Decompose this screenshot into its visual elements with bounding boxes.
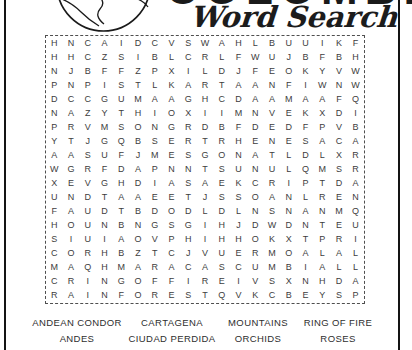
grid-cell: E — [331, 191, 348, 205]
grid-cell: B — [264, 36, 281, 50]
grid-cell: A — [331, 247, 348, 261]
grid-cell: X — [163, 64, 180, 78]
grid-cell: E — [264, 64, 281, 78]
grid-cell: C — [163, 247, 180, 261]
grid-cell: P — [314, 120, 331, 134]
grid-cell: A — [247, 92, 264, 106]
grid-cell: O — [130, 275, 147, 289]
grid-cell: N — [314, 205, 331, 219]
grid-cell: T — [213, 78, 230, 92]
grid-cell: N — [297, 219, 314, 233]
grid-cell: I — [297, 78, 314, 92]
grid-cell: A — [113, 233, 130, 247]
grid-cell: R — [264, 177, 281, 191]
grid-cell: D — [180, 205, 197, 219]
grid-cell: R — [63, 120, 80, 134]
grid-cell: D — [130, 177, 147, 191]
grid-cell: D — [280, 120, 297, 134]
grid-cell: O — [163, 205, 180, 219]
grid-cell: F — [297, 120, 314, 134]
grid-cell: A — [130, 191, 147, 205]
grid-cell: U — [96, 148, 113, 162]
grid-cell: B — [113, 219, 130, 233]
grid-cell: R — [180, 120, 197, 134]
grid-cell: Q — [347, 92, 364, 106]
grid-cell: A — [163, 261, 180, 275]
grid-cell: J — [230, 64, 247, 78]
grid-cell: W — [314, 78, 331, 92]
grid-cell: T — [113, 106, 130, 120]
grid-cell: M — [264, 247, 281, 261]
word-list-item: SHAKIRA — [304, 346, 373, 350]
grid-cell: O — [280, 247, 297, 261]
grid-cell: E — [163, 134, 180, 148]
grid-cell: E — [213, 177, 230, 191]
grid-cell: D — [331, 177, 348, 191]
word-list-item: CUMBIA — [129, 346, 216, 350]
grid-cell: A — [247, 78, 264, 92]
grid-cell: W — [46, 162, 63, 176]
grid-cell: U — [264, 50, 281, 64]
grid-cell: Y — [314, 64, 331, 78]
grid-cell: J — [230, 219, 247, 233]
grid-cell: U — [213, 247, 230, 261]
grid-cell: A — [314, 134, 331, 148]
grid-cell: C — [79, 36, 96, 50]
grid-cell: L — [347, 247, 364, 261]
grid-cell: S — [180, 289, 197, 303]
grid-cell: T — [264, 148, 281, 162]
grid-cell: E — [63, 177, 80, 191]
grid-cell: J — [197, 191, 214, 205]
grid-cell: O — [247, 191, 264, 205]
word-search-grid: HNCAIDCVSWAHLBUUIKFHHCZSIBLCRLFWUJBFBHNJ… — [45, 35, 365, 304]
grid-cell: K — [297, 106, 314, 120]
grid-cell: U — [347, 219, 364, 233]
grid-cell: T — [130, 78, 147, 92]
grid-cell: V — [197, 247, 214, 261]
grid-cell: V — [264, 106, 281, 120]
grid-cell: H — [46, 50, 63, 64]
grid-cell: J — [180, 247, 197, 261]
grid-cell: L — [331, 261, 348, 275]
grid-cell: I — [180, 64, 197, 78]
grid-cell: L — [314, 148, 331, 162]
grid-cell: S — [213, 191, 230, 205]
grid-cell: H — [180, 233, 197, 247]
grid-cell: C — [46, 247, 63, 261]
grid-cell: F — [96, 162, 113, 176]
grid-cell: H — [213, 219, 230, 233]
grid-cell: A — [63, 148, 80, 162]
grid-cell: E — [213, 275, 230, 289]
grid-cell: B — [297, 50, 314, 64]
grid-cell: K — [163, 78, 180, 92]
grid-cell: E — [264, 120, 281, 134]
word-list-column: ANDEAN CONDORANDESBARRANQUILLA — [32, 315, 122, 350]
word-list-item: ANDES — [32, 331, 122, 347]
grid-cell: X — [180, 106, 197, 120]
grid-cell: S — [180, 177, 197, 191]
grid-cell: M — [230, 106, 247, 120]
grid-cell: T — [63, 134, 80, 148]
grid-cell: C — [79, 50, 96, 64]
grid-cell: L — [297, 191, 314, 205]
grid-cell: H — [96, 261, 113, 275]
grid-cell: O — [247, 233, 264, 247]
grid-cell: N — [63, 36, 80, 50]
word-list-item: RING OF FIRE — [304, 315, 373, 331]
grid-cell: O — [130, 120, 147, 134]
grid-cell: A — [63, 205, 80, 219]
grid-cell: E — [163, 191, 180, 205]
grid-cell: D — [230, 92, 247, 106]
grid-cell: G — [96, 134, 113, 148]
grid-cell: N — [297, 275, 314, 289]
worksheet-page: COLOMBIA Word Search HNCAIDCVSWAHLBUUIKF… — [0, 0, 412, 350]
grid-cell: V — [331, 64, 348, 78]
grid-cell: C — [331, 134, 348, 148]
grid-cell: C — [63, 92, 80, 106]
grid-cell: S — [331, 289, 348, 303]
grid-cell: M — [146, 148, 163, 162]
grid-cell: I — [280, 177, 297, 191]
grid-cell: X — [331, 148, 348, 162]
grid-cell: N — [247, 106, 264, 120]
grid-cell: A — [197, 261, 214, 275]
grid-cell: A — [347, 275, 364, 289]
grid-cell: V — [331, 120, 348, 134]
grid-cell: P — [314, 233, 331, 247]
grid-cell: I — [347, 233, 364, 247]
grid-cell: O — [280, 64, 297, 78]
grid-cell: B — [79, 64, 96, 78]
grid-cell: B — [130, 205, 147, 219]
grid-cell: E — [331, 219, 348, 233]
grid-cell: P — [163, 233, 180, 247]
grid-cell: D — [197, 120, 214, 134]
grid-cell: A — [247, 148, 264, 162]
grid-cell: S — [79, 148, 96, 162]
grid-cell: Q — [297, 162, 314, 176]
grid-cell: N — [180, 162, 197, 176]
grid-cell: L — [146, 78, 163, 92]
grid-cell: M — [264, 261, 281, 275]
grid-cell: J — [280, 50, 297, 64]
grid-cell: I — [347, 106, 364, 120]
grid-cell: N — [96, 289, 113, 303]
grid-cell: I — [180, 275, 197, 289]
grid-cell: T — [113, 205, 130, 219]
grid-cell: U — [247, 261, 264, 275]
grid-cell: O — [213, 148, 230, 162]
grid-cell: D — [297, 148, 314, 162]
grid-cell: M — [331, 205, 348, 219]
grid-cell: T — [197, 289, 214, 303]
grid-cell: B — [113, 247, 130, 261]
grid-cell: T — [180, 191, 197, 205]
grid-cell: P — [146, 64, 163, 78]
grid-cell: R — [347, 162, 364, 176]
grid-cell: A — [130, 261, 147, 275]
word-list-item: MOUNTAINS — [228, 315, 288, 331]
grid-cell: I — [146, 177, 163, 191]
grid-cell: Y — [46, 134, 63, 148]
grid-cell: L — [247, 36, 264, 50]
grid-cell: P — [46, 78, 63, 92]
grid-cell: L — [163, 50, 180, 64]
grid-cell: N — [130, 219, 147, 233]
word-list-item: BARRANQUILLA — [32, 346, 122, 350]
grid-cell: A — [314, 92, 331, 106]
grid-cell: C — [264, 289, 281, 303]
grid-cell: D — [331, 275, 348, 289]
grid-cell: V — [230, 289, 247, 303]
grid-cell: W — [264, 219, 281, 233]
grid-cell: M — [314, 162, 331, 176]
grid-cell: J — [130, 148, 147, 162]
grid-cell: N — [63, 191, 80, 205]
word-list-item: ANDEAN CONDOR — [32, 315, 122, 331]
grid-cell: H — [314, 275, 331, 289]
grid-cell: H — [130, 106, 147, 120]
grid-cell: S — [297, 134, 314, 148]
grid-cell: D — [247, 120, 264, 134]
grid-cell: N — [230, 148, 247, 162]
grid-cell: T — [197, 134, 214, 148]
grid-cell: I — [63, 233, 80, 247]
globe-icon — [55, 0, 152, 33]
grid-cell: O — [130, 233, 147, 247]
grid-cell: U — [113, 92, 130, 106]
grid-cell: C — [79, 92, 96, 106]
grid-cell: K — [297, 64, 314, 78]
grid-cell: A — [314, 261, 331, 275]
grid-cell: I — [130, 50, 147, 64]
grid-cell: N — [264, 134, 281, 148]
grid-cell: S — [146, 134, 163, 148]
grid-cell: H — [46, 219, 63, 233]
grid-cell: G — [96, 92, 113, 106]
grid-cell: S — [264, 275, 281, 289]
grid-cell: H — [230, 36, 247, 50]
grid-cell: A — [297, 247, 314, 261]
grid-cell: L — [197, 205, 214, 219]
grid-cell: D — [280, 219, 297, 233]
grid-cell: S — [113, 78, 130, 92]
grid-cell: Q — [213, 289, 230, 303]
grid-cell: C — [247, 177, 264, 191]
grid-cell: L — [213, 50, 230, 64]
grid-cell: S — [180, 148, 197, 162]
grid-cell: E — [280, 134, 297, 148]
grid-cell: D — [79, 191, 96, 205]
grid-cell: Z — [96, 50, 113, 64]
grid-cell: U — [79, 233, 96, 247]
grid-cell: D — [213, 205, 230, 219]
grid-cell: I — [146, 106, 163, 120]
grid-cell: J — [63, 64, 80, 78]
grid-cell: N — [331, 78, 348, 92]
grid-cell: B — [331, 50, 348, 64]
grid-cell: I — [213, 106, 230, 120]
grid-cell: G — [146, 219, 163, 233]
grid-cell: N — [280, 205, 297, 219]
grid-cell: D — [46, 92, 63, 106]
grid-cell: E — [247, 134, 264, 148]
grid-cell: N — [46, 106, 63, 120]
grid-cell: K — [247, 289, 264, 303]
grid-cell: H — [230, 233, 247, 247]
grid-cell: H — [63, 50, 80, 64]
grid-cell: F — [247, 64, 264, 78]
grid-cell: A — [163, 177, 180, 191]
grid-cell: I — [79, 289, 96, 303]
grid-cell: F — [230, 120, 247, 134]
grid-cell: F — [347, 36, 364, 50]
grid-cell: N — [264, 78, 281, 92]
grid-cell: D — [96, 205, 113, 219]
grid-cell: G — [96, 177, 113, 191]
grid-cell: I — [197, 219, 214, 233]
grid-cell: Q — [347, 205, 364, 219]
grid-cell: F — [113, 64, 130, 78]
grid-cell: I — [79, 275, 96, 289]
grid-cell: I — [297, 261, 314, 275]
grid-cell: I — [113, 36, 130, 50]
grid-cell: Z — [130, 64, 147, 78]
grid-cell: D — [113, 162, 130, 176]
grid-cell: I — [197, 233, 214, 247]
grid-cell: S — [163, 219, 180, 233]
grid-cell: U — [79, 205, 96, 219]
grid-cell: P — [146, 162, 163, 176]
grid-cell: R — [314, 191, 331, 205]
grid-cell: I — [230, 275, 247, 289]
grid-cell: C — [230, 261, 247, 275]
grid-cell: B — [347, 120, 364, 134]
grid-cell: K — [230, 177, 247, 191]
grid-cell: F — [280, 78, 297, 92]
grid-cell: X — [280, 275, 297, 289]
word-list-item: CARTAGENA — [129, 315, 216, 331]
grid-cell: L — [230, 205, 247, 219]
grid-cell: N — [146, 120, 163, 134]
grid-cell: D — [331, 106, 348, 120]
grid-cell: V — [79, 120, 96, 134]
grid-cell: A — [63, 106, 80, 120]
grid-cell: G — [113, 275, 130, 289]
grid-cell: L — [280, 162, 297, 176]
grid-cell: W — [347, 64, 364, 78]
grid-cell: S — [213, 162, 230, 176]
grid-cell: K — [264, 233, 281, 247]
grid-cell: C — [180, 50, 197, 64]
grid-cell: S — [331, 162, 348, 176]
grid-cell: Z — [79, 106, 96, 120]
grid-cell: S — [113, 120, 130, 134]
grid-cell: V — [247, 275, 264, 289]
grid-cell: U — [264, 162, 281, 176]
grid-cell: Q — [113, 134, 130, 148]
grid-cell: D — [213, 64, 230, 78]
grid-cell: H — [96, 247, 113, 261]
grid-cell: E — [230, 247, 247, 261]
word-list-item: CIUDAD PERDIDA — [129, 331, 216, 347]
grid-cell: B — [280, 289, 297, 303]
grid-cell: F — [230, 50, 247, 64]
grid-cell: A — [130, 162, 147, 176]
grid-cell: T — [197, 162, 214, 176]
word-list-item: ROSES — [304, 331, 373, 347]
grid-cell: E — [163, 148, 180, 162]
grid-cell: E — [280, 106, 297, 120]
grid-cell: A — [347, 134, 364, 148]
grid-cell: A — [297, 92, 314, 106]
grid-cell: A — [230, 78, 247, 92]
grid-cell: R — [197, 78, 214, 92]
grid-cell: Z — [130, 247, 147, 261]
grid-cell: F — [146, 275, 163, 289]
grid-cell: P — [347, 289, 364, 303]
grid-cell: R — [197, 275, 214, 289]
grid-cell: H — [46, 36, 63, 50]
grid-cell: L — [197, 64, 214, 78]
grid-cell: U — [79, 219, 96, 233]
grid-cell: F — [331, 92, 348, 106]
grid-cell: M — [46, 261, 63, 275]
grid-cell: H — [113, 177, 130, 191]
grid-cell: L — [347, 261, 364, 275]
grid-cell: F — [96, 64, 113, 78]
grid-cell: E — [163, 289, 180, 303]
grid-cell: D — [146, 205, 163, 219]
word-list-column: CARTAGENACIUDAD PERDIDACUMBIA — [129, 315, 216, 350]
grid-cell: A — [96, 36, 113, 50]
grid-cell: L — [280, 148, 297, 162]
grid-cell: G — [197, 148, 214, 162]
grid-cell: N — [46, 64, 63, 78]
grid-cell: E — [297, 289, 314, 303]
grid-cell: A — [180, 78, 197, 92]
grid-cell: T — [146, 247, 163, 261]
grid-cell: W — [247, 50, 264, 64]
grid-cell: S — [113, 50, 130, 64]
grid-cell: I — [96, 233, 113, 247]
grid-cell: Y — [96, 106, 113, 120]
grid-cell: F — [314, 50, 331, 64]
grid-cell: T — [314, 219, 331, 233]
grid-cell: U — [280, 36, 297, 50]
grid-cell: V — [163, 36, 180, 50]
grid-cell: U — [230, 162, 247, 176]
grid-cell: I — [197, 106, 214, 120]
grid-cell: L — [314, 247, 331, 261]
grid-cell: J — [79, 134, 96, 148]
grid-cell: D — [130, 36, 147, 50]
grid-cell: K — [331, 36, 348, 50]
grid-cell: R — [63, 275, 80, 289]
grid-cell: P — [79, 78, 96, 92]
grid-cell: E — [146, 191, 163, 205]
grid-cell: G — [63, 162, 80, 176]
grid-cell: C — [146, 36, 163, 50]
grid-cell: R — [247, 247, 264, 261]
grid-cell: V — [146, 233, 163, 247]
word-list-column: RING OF FIREROSESSHAKIRA — [304, 315, 373, 350]
grid-cell: P — [46, 120, 63, 134]
grid-cell: D — [247, 219, 264, 233]
